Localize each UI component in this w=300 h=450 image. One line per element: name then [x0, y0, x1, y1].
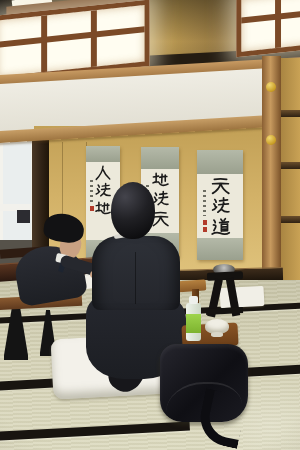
scroll-right — [197, 150, 243, 260]
scroll-mount — [141, 147, 179, 169]
calligraphy-char — [151, 171, 170, 190]
ceiling-light-right — [236, 0, 300, 57]
calligraphy-char — [210, 175, 231, 196]
signature-column — [90, 180, 93, 202]
signature-column — [203, 190, 206, 216]
gold-nail-cover-bottom — [266, 135, 276, 145]
light-frame-bar — [241, 8, 300, 23]
light-frame-bar — [91, 10, 97, 67]
tea-bowl-foot — [211, 332, 223, 337]
calligraphy-char — [94, 164, 112, 182]
red-seal — [90, 206, 94, 211]
light-frame-bar — [275, 0, 281, 48]
window-dark-object — [17, 210, 30, 223]
scroll-mount — [197, 150, 243, 174]
red-seal — [203, 220, 207, 225]
player-head — [111, 182, 155, 239]
light-frame-bar — [41, 15, 47, 72]
light-frame-bar — [0, 26, 145, 48]
calligraphy-char — [94, 200, 112, 218]
photo-shogi-room — [0, 0, 300, 450]
tea-bottle-label — [186, 314, 201, 333]
scroll-mount — [197, 238, 243, 260]
calligraphy-char — [94, 182, 112, 200]
calligraphy-char — [210, 196, 231, 217]
alcove-shelf — [281, 162, 300, 169]
alcove-shelf — [281, 216, 300, 223]
scroll-mount — [86, 146, 120, 162]
tea-bottle-cap — [189, 296, 198, 304]
calligraphy-char — [210, 217, 231, 238]
alcove-shelf — [281, 110, 300, 117]
jacket-seam — [135, 252, 136, 304]
gold-nail-cover-top — [266, 82, 276, 92]
right-alcove-wall — [281, 58, 300, 288]
paper-sheet-near-wall — [220, 286, 265, 308]
red-seal — [203, 227, 207, 232]
player-torso — [92, 236, 180, 310]
